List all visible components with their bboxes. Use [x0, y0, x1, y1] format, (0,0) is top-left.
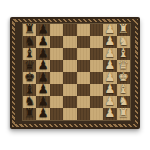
square-r4c6[interactable]: [90, 60, 103, 72]
square-r6c5[interactable]: [77, 84, 90, 96]
inner-frame: ♜♟♟♜♞♟♟♞♝♟♟♝♛♟♟♛♚♟♟♚♝♟♟♝♞♟♟♞♜♟♟♜: [15, 22, 135, 124]
square-r1c6[interactable]: [90, 24, 103, 36]
square-r4c4[interactable]: [63, 60, 76, 72]
square-r4c3[interactable]: [50, 60, 63, 72]
square-r7c6[interactable]: [90, 96, 103, 108]
chessboard: ♜♟♟♜♞♟♟♞♝♟♟♝♛♟♟♛♚♟♟♚♝♟♟♝♞♟♟♞♜♟♟♜: [23, 24, 130, 120]
square-r7c5[interactable]: [77, 96, 90, 108]
square-r7c4[interactable]: [63, 96, 76, 108]
square-r3c6[interactable]: [90, 48, 103, 60]
square-r5c5[interactable]: [77, 72, 90, 84]
square-r2c3[interactable]: [50, 36, 63, 48]
square-r1c5[interactable]: [77, 24, 90, 36]
square-r2c5[interactable]: [77, 36, 90, 48]
square-r8c5[interactable]: [77, 108, 90, 120]
white-pawn[interactable]: ♟: [105, 107, 116, 119]
square-r3c3[interactable]: [50, 48, 63, 60]
square-r5c3[interactable]: [50, 72, 63, 84]
square-r6c4[interactable]: [63, 84, 76, 96]
square-r5c4[interactable]: [63, 72, 76, 84]
square-r2c4[interactable]: [63, 36, 76, 48]
square-r5c6[interactable]: [90, 72, 103, 84]
square-r1c3[interactable]: [50, 24, 63, 36]
square-r8c1[interactable]: ♜: [23, 108, 36, 120]
black-rook[interactable]: ♜: [24, 107, 35, 119]
square-r8c4[interactable]: [63, 108, 76, 120]
square-r8c7[interactable]: ♟: [103, 108, 116, 120]
mosaic-inlay-border: ♜♟♟♜♞♟♟♞♝♟♟♝♛♟♟♛♚♟♟♚♝♟♟♝♞♟♟♞♜♟♟♜: [12, 19, 138, 127]
square-r3c5[interactable]: [77, 48, 90, 60]
square-r3c4[interactable]: [63, 48, 76, 60]
square-r8c3[interactable]: [50, 108, 63, 120]
page-background: { "game": "chess", "scene": { "descripti…: [0, 0, 150, 150]
black-pawn[interactable]: ♟: [38, 107, 49, 119]
white-rook[interactable]: ♜: [118, 107, 129, 119]
square-r6c6[interactable]: [90, 84, 103, 96]
square-r4c5[interactable]: [77, 60, 90, 72]
square-r1c4[interactable]: [63, 24, 76, 36]
square-r2c6[interactable]: [90, 36, 103, 48]
square-r8c2[interactable]: ♟: [36, 108, 49, 120]
square-r8c6[interactable]: [90, 108, 103, 120]
square-r7c3[interactable]: [50, 96, 63, 108]
square-r8c8[interactable]: ♜: [117, 108, 130, 120]
chessboard-frame: ♜♟♟♜♞♟♟♞♝♟♟♝♛♟♟♛♚♟♟♚♝♟♟♝♞♟♟♞♜♟♟♜: [10, 17, 140, 129]
square-r6c3[interactable]: [50, 84, 63, 96]
